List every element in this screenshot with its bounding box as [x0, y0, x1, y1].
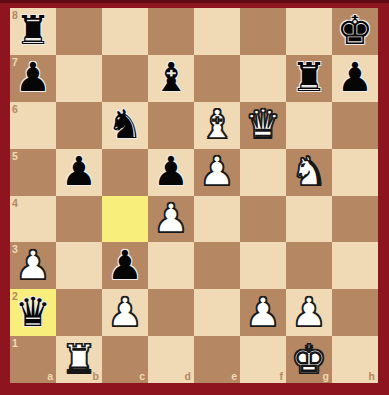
file-label-e: e	[231, 371, 237, 382]
piece-black-knight[interactable]: ♞	[107, 104, 143, 144]
square-a3[interactable]: 3♟	[10, 242, 56, 289]
piece-white-pawn[interactable]: ♟	[291, 292, 327, 332]
square-b5[interactable]: ♟	[56, 149, 102, 196]
square-c8[interactable]	[102, 8, 148, 55]
piece-black-pawn[interactable]: ♟	[153, 151, 189, 191]
square-c1[interactable]: c	[102, 336, 148, 383]
board-frame: 8♜♚7♟♝♜♟6♞♝♛5♟♟♟♞4♟3♟♟2♛♟♟♟1ab♜cdefg♚h	[0, 0, 389, 395]
square-d1[interactable]: d	[148, 336, 194, 383]
rank-label-5: 5	[12, 151, 18, 162]
file-label-h: h	[369, 371, 375, 382]
square-c4[interactable]	[102, 196, 148, 243]
square-d6[interactable]	[148, 102, 194, 149]
square-d4[interactable]: ♟	[148, 196, 194, 243]
square-c5[interactable]	[102, 149, 148, 196]
square-h7[interactable]: ♟	[332, 55, 378, 102]
square-g7[interactable]: ♜	[286, 55, 332, 102]
square-a8[interactable]: 8♜	[10, 8, 56, 55]
square-f7[interactable]	[240, 55, 286, 102]
square-a2[interactable]: 2♛	[10, 289, 56, 336]
square-c3[interactable]: ♟	[102, 242, 148, 289]
square-h5[interactable]	[332, 149, 378, 196]
square-a6[interactable]: 6	[10, 102, 56, 149]
square-a5[interactable]: 5	[10, 149, 56, 196]
square-b2[interactable]	[56, 289, 102, 336]
piece-white-queen[interactable]: ♛	[245, 104, 281, 144]
square-b3[interactable]	[56, 242, 102, 289]
piece-white-rook[interactable]: ♜	[61, 339, 97, 379]
square-b7[interactable]	[56, 55, 102, 102]
square-g1[interactable]: g♚	[286, 336, 332, 383]
square-f4[interactable]	[240, 196, 286, 243]
square-f6[interactable]: ♛	[240, 102, 286, 149]
piece-black-pawn[interactable]: ♟	[61, 151, 97, 191]
square-e5[interactable]: ♟	[194, 149, 240, 196]
square-d2[interactable]	[148, 289, 194, 336]
piece-white-pawn[interactable]: ♟	[153, 198, 189, 238]
square-c7[interactable]	[102, 55, 148, 102]
piece-white-pawn[interactable]: ♟	[199, 151, 235, 191]
square-e8[interactable]	[194, 8, 240, 55]
square-h3[interactable]	[332, 242, 378, 289]
piece-black-pawn[interactable]: ♟	[107, 245, 143, 285]
square-a1[interactable]: 1a	[10, 336, 56, 383]
square-g5[interactable]: ♞	[286, 149, 332, 196]
square-d5[interactable]: ♟	[148, 149, 194, 196]
square-f1[interactable]: f	[240, 336, 286, 383]
piece-white-pawn[interactable]: ♟	[107, 292, 143, 332]
square-e3[interactable]	[194, 242, 240, 289]
square-g3[interactable]	[286, 242, 332, 289]
square-f2[interactable]: ♟	[240, 289, 286, 336]
square-g6[interactable]	[286, 102, 332, 149]
file-label-f: f	[280, 371, 284, 382]
rank-label-6: 6	[12, 104, 18, 115]
file-label-c: c	[139, 371, 145, 382]
square-f3[interactable]	[240, 242, 286, 289]
square-d8[interactable]	[148, 8, 194, 55]
square-h1[interactable]: h	[332, 336, 378, 383]
square-b6[interactable]	[56, 102, 102, 149]
piece-black-queen[interactable]: ♛	[15, 292, 51, 332]
square-g4[interactable]	[286, 196, 332, 243]
piece-white-pawn[interactable]: ♟	[245, 292, 281, 332]
square-b4[interactable]	[56, 196, 102, 243]
square-e4[interactable]	[194, 196, 240, 243]
chess-board: 8♜♚7♟♝♜♟6♞♝♛5♟♟♟♞4♟3♟♟2♛♟♟♟1ab♜cdefg♚h	[10, 8, 378, 383]
rank-label-4: 4	[12, 198, 18, 209]
square-b8[interactable]	[56, 8, 102, 55]
square-g8[interactable]	[286, 8, 332, 55]
square-a7[interactable]: 7♟	[10, 55, 56, 102]
square-d7[interactable]: ♝	[148, 55, 194, 102]
piece-black-rook[interactable]: ♜	[291, 57, 327, 97]
square-h8[interactable]: ♚	[332, 8, 378, 55]
rank-label-1: 1	[12, 338, 18, 349]
piece-black-pawn[interactable]: ♟	[337, 57, 373, 97]
square-d3[interactable]	[148, 242, 194, 289]
piece-white-king[interactable]: ♚	[291, 339, 327, 379]
square-g2[interactable]: ♟	[286, 289, 332, 336]
square-c6[interactable]: ♞	[102, 102, 148, 149]
square-f5[interactable]	[240, 149, 286, 196]
piece-white-pawn[interactable]: ♟	[15, 245, 51, 285]
piece-black-pawn[interactable]: ♟	[15, 57, 51, 97]
square-h2[interactable]	[332, 289, 378, 336]
file-label-d: d	[185, 371, 191, 382]
square-e7[interactable]	[194, 55, 240, 102]
square-e1[interactable]: e	[194, 336, 240, 383]
square-e2[interactable]	[194, 289, 240, 336]
square-b1[interactable]: b♜	[56, 336, 102, 383]
square-h4[interactable]	[332, 196, 378, 243]
piece-white-knight[interactable]: ♞	[291, 151, 327, 191]
piece-black-king[interactable]: ♚	[337, 10, 373, 50]
square-h6[interactable]	[332, 102, 378, 149]
piece-white-bishop[interactable]: ♝	[199, 104, 235, 144]
file-label-a: a	[47, 371, 53, 382]
square-f8[interactable]	[240, 8, 286, 55]
square-e6[interactable]: ♝	[194, 102, 240, 149]
piece-black-rook[interactable]: ♜	[15, 10, 51, 50]
square-a4[interactable]: 4	[10, 196, 56, 243]
square-c2[interactable]: ♟	[102, 289, 148, 336]
piece-black-bishop[interactable]: ♝	[153, 57, 189, 97]
